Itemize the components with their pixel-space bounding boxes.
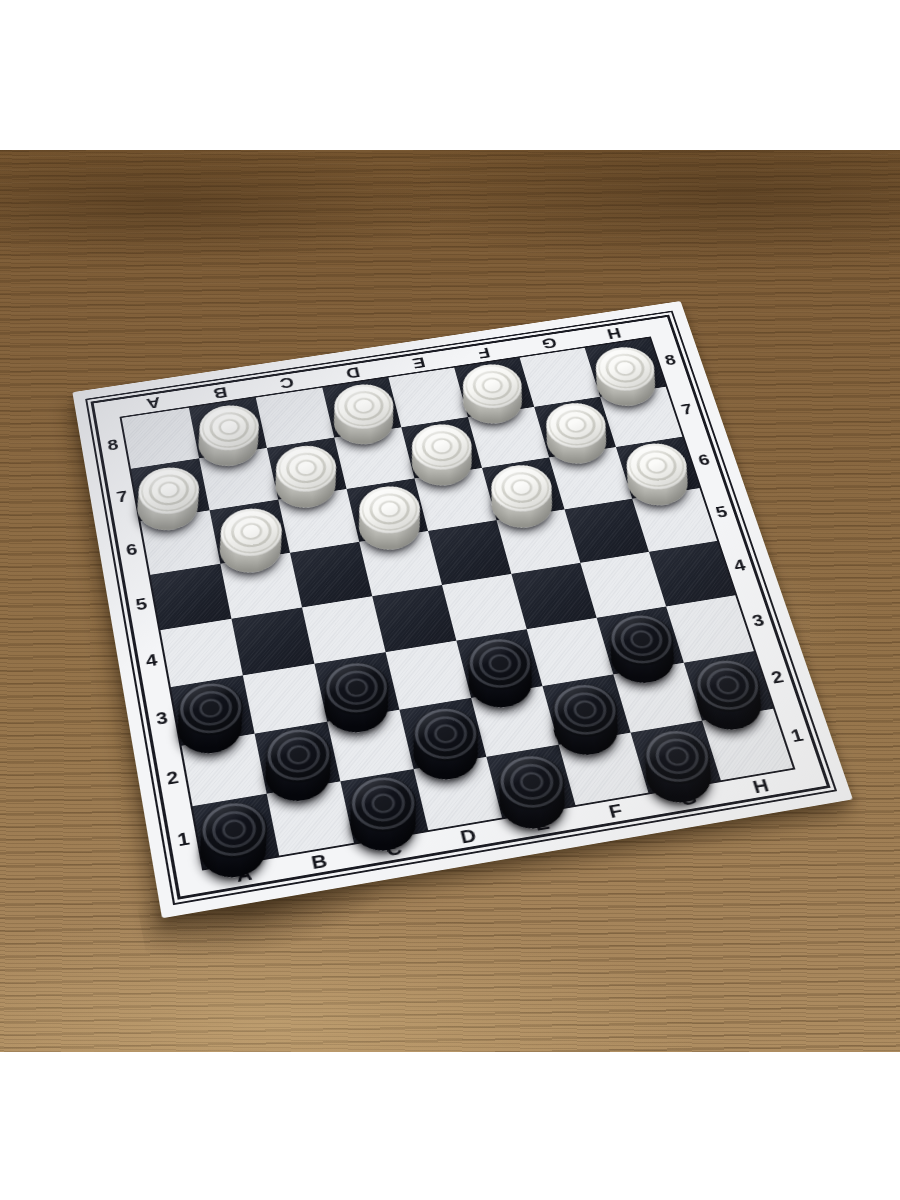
checker-top [490, 465, 551, 511]
checker-black-c3[interactable] [323, 663, 388, 715]
checker-black-d2[interactable] [413, 708, 478, 761]
checker-white-h6[interactable] [625, 443, 688, 489]
checker-white-d8[interactable] [333, 384, 393, 428]
checker-black-g3[interactable] [608, 615, 673, 665]
checker-white-h8[interactable] [594, 347, 655, 391]
checker-top [498, 756, 564, 810]
checker-top [358, 486, 419, 533]
checker-black-f2[interactable] [552, 685, 618, 737]
checker-top [274, 446, 336, 492]
checker-black-e1[interactable] [498, 756, 564, 810]
checker-black-a1[interactable] [199, 803, 268, 858]
checker-top [413, 708, 478, 761]
checker-black-a3[interactable] [176, 683, 243, 735]
checker-top [349, 777, 415, 832]
product-photo: ABCDEFGH ABCDEFGH 87654321 87654321 [0, 0, 900, 1200]
checker-white-b8[interactable] [197, 405, 259, 450]
checker-white-f8[interactable] [462, 364, 521, 408]
checker-white-f6[interactable] [490, 465, 551, 511]
checker-black-b2[interactable] [264, 729, 331, 782]
checker-white-e7[interactable] [411, 424, 471, 469]
checker-white-d6[interactable] [358, 486, 419, 533]
checker-top [323, 663, 388, 715]
checker-white-g7[interactable] [545, 403, 606, 448]
checker-top [545, 403, 606, 448]
checker-top [411, 424, 471, 469]
checker-top [264, 729, 331, 782]
checker-black-g1[interactable] [643, 731, 711, 784]
checker-top [552, 685, 618, 737]
checker-white-b6[interactable] [219, 508, 283, 556]
checker-black-c1[interactable] [349, 777, 415, 832]
checker-white-c7[interactable] [274, 446, 336, 492]
checker-top [333, 384, 393, 428]
checker-white-a7[interactable] [136, 467, 200, 513]
checker-top [468, 639, 532, 690]
checker-black-e3[interactable] [468, 639, 532, 690]
checker-top [462, 364, 521, 408]
checker-black-h2[interactable] [694, 660, 761, 711]
